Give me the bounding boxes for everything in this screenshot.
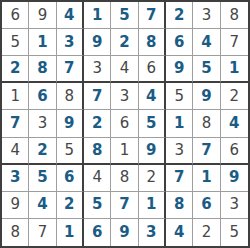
sudoku-cell-r7c8[interactable]: 1 — [193, 165, 220, 192]
sudoku-cell-r6c9[interactable]: 6 — [221, 138, 248, 165]
sudoku-cell-r4c7[interactable]: 5 — [166, 83, 193, 110]
sudoku-cell-r4c8[interactable]: 9 — [193, 83, 220, 110]
sudoku-cell-r8c3[interactable]: 2 — [57, 192, 84, 219]
sudoku-board: 6941572385139286472873469511687345927392… — [0, 0, 250, 248]
sudoku-cell-r8c1[interactable]: 9 — [2, 192, 29, 219]
sudoku-cell-r3c9[interactable]: 1 — [221, 56, 248, 83]
sudoku-cell-r1c1[interactable]: 6 — [2, 2, 29, 29]
sudoku-cell-r5c4[interactable]: 2 — [84, 110, 111, 137]
sudoku-cell-r9c9[interactable]: 5 — [221, 219, 248, 246]
sudoku-cell-r5c8[interactable]: 8 — [193, 110, 220, 137]
sudoku-cell-r7c6[interactable]: 2 — [139, 165, 166, 192]
sudoku-cell-r9c2[interactable]: 7 — [29, 219, 56, 246]
sudoku-cell-r4c9[interactable]: 2 — [221, 83, 248, 110]
sudoku-cell-r5c2[interactable]: 3 — [29, 110, 56, 137]
sudoku-cell-r4c3[interactable]: 8 — [57, 83, 84, 110]
sudoku-cell-r2c6[interactable]: 8 — [139, 29, 166, 56]
sudoku-cell-r8c2[interactable]: 4 — [29, 192, 56, 219]
sudoku-cell-r3c5[interactable]: 4 — [111, 56, 138, 83]
sudoku-cell-r1c9[interactable]: 8 — [221, 2, 248, 29]
sudoku-cell-r2c7[interactable]: 6 — [166, 29, 193, 56]
sudoku-cell-r3c8[interactable]: 5 — [193, 56, 220, 83]
sudoku-cell-r6c6[interactable]: 9 — [139, 138, 166, 165]
sudoku-cell-r5c3[interactable]: 9 — [57, 110, 84, 137]
sudoku-cell-r9c4[interactable]: 6 — [84, 219, 111, 246]
sudoku-cell-r2c8[interactable]: 4 — [193, 29, 220, 56]
sudoku-cell-r5c1[interactable]: 7 — [2, 110, 29, 137]
sudoku-cell-r2c2[interactable]: 1 — [29, 29, 56, 56]
sudoku-cell-r9c3[interactable]: 1 — [57, 219, 84, 246]
sudoku-cell-r4c4[interactable]: 7 — [84, 83, 111, 110]
sudoku-cell-r1c7[interactable]: 2 — [166, 2, 193, 29]
sudoku-cell-r3c4[interactable]: 3 — [84, 56, 111, 83]
sudoku-cell-r8c7[interactable]: 8 — [166, 192, 193, 219]
sudoku-cell-r9c7[interactable]: 4 — [166, 219, 193, 246]
sudoku-cell-r5c7[interactable]: 1 — [166, 110, 193, 137]
sudoku-cell-r4c1[interactable]: 1 — [2, 83, 29, 110]
sudoku-cell-r8c5[interactable]: 7 — [111, 192, 138, 219]
sudoku-cell-r6c2[interactable]: 2 — [29, 138, 56, 165]
sudoku-cell-r8c4[interactable]: 5 — [84, 192, 111, 219]
sudoku-cell-r7c9[interactable]: 9 — [221, 165, 248, 192]
sudoku-cell-r2c1[interactable]: 5 — [2, 29, 29, 56]
sudoku-cell-r3c2[interactable]: 8 — [29, 56, 56, 83]
sudoku-cell-r7c5[interactable]: 8 — [111, 165, 138, 192]
sudoku-cell-r7c1[interactable]: 3 — [2, 165, 29, 192]
sudoku-cell-r9c5[interactable]: 9 — [111, 219, 138, 246]
sudoku-cell-r6c4[interactable]: 8 — [84, 138, 111, 165]
sudoku-cell-r1c3[interactable]: 4 — [57, 2, 84, 29]
sudoku-cell-r8c9[interactable]: 3 — [221, 192, 248, 219]
sudoku-cell-r7c2[interactable]: 5 — [29, 165, 56, 192]
sudoku-cell-r1c2[interactable]: 9 — [29, 2, 56, 29]
sudoku-cell-r8c6[interactable]: 1 — [139, 192, 166, 219]
sudoku-cell-r5c9[interactable]: 4 — [221, 110, 248, 137]
sudoku-cell-r2c9[interactable]: 7 — [221, 29, 248, 56]
sudoku-cell-r2c5[interactable]: 2 — [111, 29, 138, 56]
sudoku-cell-r9c6[interactable]: 3 — [139, 219, 166, 246]
sudoku-cell-r9c1[interactable]: 8 — [2, 219, 29, 246]
sudoku-cell-r6c1[interactable]: 4 — [2, 138, 29, 165]
sudoku-cell-r1c4[interactable]: 1 — [84, 2, 111, 29]
sudoku-cell-r6c7[interactable]: 3 — [166, 138, 193, 165]
sudoku-cell-r7c3[interactable]: 6 — [57, 165, 84, 192]
sudoku-cell-r3c3[interactable]: 7 — [57, 56, 84, 83]
sudoku-cell-r6c5[interactable]: 1 — [111, 138, 138, 165]
sudoku-cell-r2c4[interactable]: 9 — [84, 29, 111, 56]
sudoku-cell-r6c8[interactable]: 7 — [193, 138, 220, 165]
sudoku-cell-r4c5[interactable]: 3 — [111, 83, 138, 110]
sudoku-cell-r7c4[interactable]: 4 — [84, 165, 111, 192]
sudoku-cell-r3c1[interactable]: 2 — [2, 56, 29, 83]
sudoku-cell-r8c8[interactable]: 6 — [193, 192, 220, 219]
sudoku-cell-r9c8[interactable]: 2 — [193, 219, 220, 246]
sudoku-cell-r6c3[interactable]: 5 — [57, 138, 84, 165]
sudoku-cell-r1c6[interactable]: 7 — [139, 2, 166, 29]
sudoku-cell-r2c3[interactable]: 3 — [57, 29, 84, 56]
sudoku-cell-r3c7[interactable]: 9 — [166, 56, 193, 83]
sudoku-cell-r4c2[interactable]: 6 — [29, 83, 56, 110]
sudoku-cell-r3c6[interactable]: 6 — [139, 56, 166, 83]
sudoku-cell-r7c7[interactable]: 7 — [166, 165, 193, 192]
sudoku-cell-r5c6[interactable]: 5 — [139, 110, 166, 137]
sudoku-cell-r5c5[interactable]: 6 — [111, 110, 138, 137]
sudoku-cell-r4c6[interactable]: 4 — [139, 83, 166, 110]
sudoku-cell-r1c8[interactable]: 3 — [193, 2, 220, 29]
sudoku-cell-r1c5[interactable]: 5 — [111, 2, 138, 29]
